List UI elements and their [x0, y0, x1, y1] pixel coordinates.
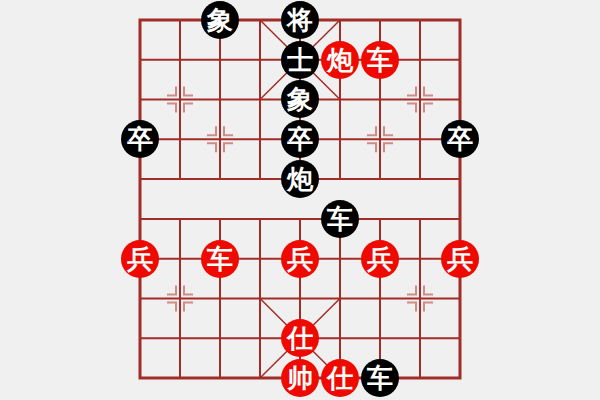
piece-red-pawn[interactable]: 兵 [121, 240, 159, 278]
piece-red-chariot[interactable]: 车 [201, 240, 239, 278]
xiangqi-screen: 象将士炮车象卒卒卒炮车兵车兵兵兵仕帅仕车 [0, 0, 600, 400]
piece-red-pawn[interactable]: 兵 [441, 240, 479, 278]
xiangqi-board: 象将士炮车象卒卒卒炮车兵车兵兵兵仕帅仕车 [120, 0, 480, 398]
piece-black-chariot[interactable]: 车 [361, 359, 399, 397]
piece-red-general[interactable]: 帅 [281, 359, 319, 397]
piece-black-pawn[interactable]: 卒 [441, 120, 479, 158]
piece-red-pawn[interactable]: 兵 [281, 240, 319, 278]
piece-black-advisor[interactable]: 士 [281, 41, 319, 79]
piece-black-chariot[interactable]: 车 [321, 200, 359, 238]
piece-black-pawn[interactable]: 卒 [281, 120, 319, 158]
piece-red-chariot[interactable]: 车 [361, 41, 399, 79]
piece-black-general[interactable]: 将 [281, 1, 319, 39]
piece-black-cannon[interactable]: 炮 [281, 160, 319, 198]
piece-red-advisor[interactable]: 仕 [281, 319, 319, 357]
piece-black-elephant[interactable]: 象 [201, 1, 239, 39]
piece-red-pawn[interactable]: 兵 [361, 240, 399, 278]
piece-black-pawn[interactable]: 卒 [121, 120, 159, 158]
piece-black-elephant[interactable]: 象 [281, 80, 319, 118]
piece-red-advisor[interactable]: 仕 [321, 359, 359, 397]
piece-red-cannon[interactable]: 炮 [321, 41, 359, 79]
